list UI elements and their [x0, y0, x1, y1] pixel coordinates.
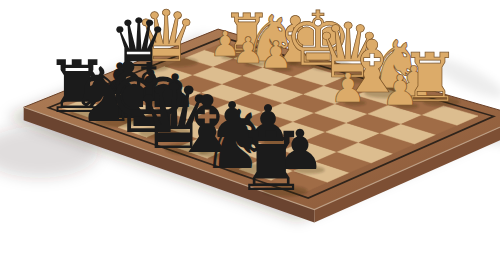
white-pawn-glyph: ♟: [381, 66, 419, 115]
chess-board-scene: ♜♟♞♛♝♟♚♛♟♛♞♝♟♟♟♜♟♟♟♜♝♞♚♟♟♛♝♞♟♜: [0, 0, 500, 258]
chess-set-product-photo: ♜♟♞♛♝♟♚♛♟♛♞♝♟♟♟♜♟♟♟♜♝♞♚♟♟♛♝♞♟♜: [0, 0, 500, 258]
black-rook-glyph: ♜: [235, 115, 308, 209]
black-rook-a8-piece: ♜: [235, 115, 308, 209]
white-pawn-glyph: ♟: [259, 33, 293, 77]
white-pawn-c2-piece: ♟: [381, 66, 419, 115]
white-pawn-d2-piece: ♟: [330, 64, 366, 112]
white-pawn-glyph: ♟: [330, 64, 366, 112]
white-pawn-f2-piece: ♟: [259, 33, 293, 77]
